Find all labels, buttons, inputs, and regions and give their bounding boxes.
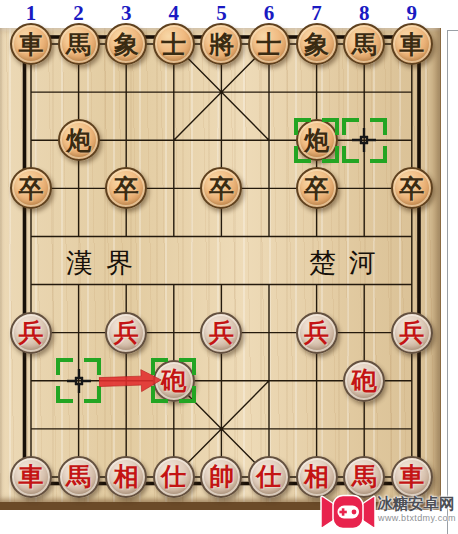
piece-red-elephant[interactable]: 相 <box>105 456 147 498</box>
piece-black-horse[interactable]: 馬 <box>343 23 385 65</box>
piece-red-soldier[interactable]: 兵 <box>10 312 52 354</box>
piece-red-horse[interactable]: 馬 <box>58 456 100 498</box>
piece-black-horse[interactable]: 馬 <box>58 23 100 65</box>
panel-border-top <box>447 30 458 31</box>
river-label-left: 漢界 <box>66 245 146 281</box>
piece-red-advisor[interactable]: 仕 <box>248 456 290 498</box>
piece-red-soldier[interactable]: 兵 <box>105 312 147 354</box>
right-panel-gutter <box>441 0 458 534</box>
watermark-title: 冰糖安卓网 <box>377 494 455 515</box>
piece-black-cannon[interactable]: 炮 <box>296 119 338 161</box>
piece-black-advisor[interactable]: 士 <box>248 23 290 65</box>
piece-black-soldier[interactable]: 卒 <box>391 167 433 209</box>
river-label-right: 楚河 <box>309 245 389 281</box>
piece-red-chariot[interactable]: 車 <box>10 456 52 498</box>
candy-gamepad-logo-icon <box>320 492 376 532</box>
watermark-url: www.btxtdmy.com <box>378 513 456 523</box>
piece-black-chariot[interactable]: 車 <box>10 23 52 65</box>
piece-red-soldier[interactable]: 兵 <box>296 312 338 354</box>
piece-red-soldier[interactable]: 兵 <box>391 312 433 354</box>
panel-border-vertical <box>447 30 448 534</box>
piece-black-chariot[interactable]: 車 <box>391 23 433 65</box>
piece-red-advisor[interactable]: 仕 <box>153 456 195 498</box>
watermark: 冰糖安卓网 www.btxtdmy.com <box>320 492 458 534</box>
piece-black-advisor[interactable]: 士 <box>153 23 195 65</box>
piece-red-soldier[interactable]: 兵 <box>200 312 242 354</box>
xiangqi-app: 漢界 楚河 123456789 九八七六五四三二一 車馬象士將士象馬車炮炮卒卒卒… <box>0 0 458 534</box>
piece-black-cannon[interactable]: 炮 <box>58 119 100 161</box>
piece-red-cannon[interactable]: 砲 <box>343 360 385 402</box>
piece-black-elephant[interactable]: 象 <box>105 23 147 65</box>
piece-red-cannon[interactable]: 砲 <box>153 360 195 402</box>
piece-black-soldier[interactable]: 卒 <box>296 167 338 209</box>
piece-black-elephant[interactable]: 象 <box>296 23 338 65</box>
